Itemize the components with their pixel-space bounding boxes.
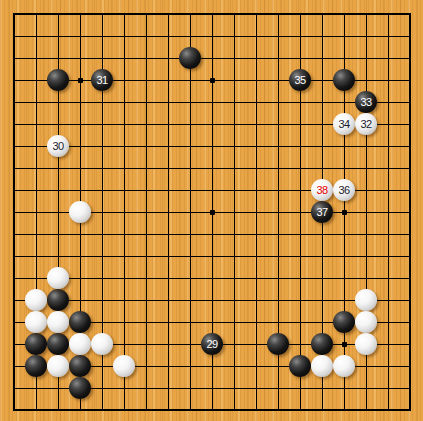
stone-black [69, 377, 91, 399]
move-number-label: 32 [360, 119, 371, 130]
stone-white-move-36: 36 [333, 179, 355, 201]
stone-white-move-32: 32 [355, 113, 377, 135]
move-number-label: 37 [316, 207, 327, 218]
stone-white [25, 311, 47, 333]
stone-black [311, 333, 333, 355]
stone-black-move-31: 31 [91, 69, 113, 91]
move-number-label: 29 [206, 339, 217, 350]
stone-white [47, 311, 69, 333]
stone-white [355, 289, 377, 311]
stone-black [333, 69, 355, 91]
stone-white [25, 289, 47, 311]
move-number-label: 30 [52, 141, 63, 152]
stone-black [47, 333, 69, 355]
stone-white [91, 333, 113, 355]
stone-black-move-37: 37 [311, 201, 333, 223]
star-point [210, 210, 215, 215]
stone-black [69, 311, 91, 333]
stone-white-move-30: 30 [47, 135, 69, 157]
stone-black-move-35: 35 [289, 69, 311, 91]
stone-white [47, 267, 69, 289]
stone-black-move-29: 29 [201, 333, 223, 355]
go-board[interactable]: 31353337293034323836 [0, 0, 423, 421]
stone-white-move-34: 34 [333, 113, 355, 135]
grid-line-horizontal [13, 409, 411, 411]
move-number-label: 36 [338, 185, 349, 196]
move-number-label: 33 [360, 97, 371, 108]
stone-black [47, 69, 69, 91]
stone-white [311, 355, 333, 377]
stone-black-move-33: 33 [355, 91, 377, 113]
move-number-label: 31 [96, 75, 107, 86]
stone-black [47, 289, 69, 311]
stone-white [355, 311, 377, 333]
stone-black [289, 355, 311, 377]
stone-black [333, 311, 355, 333]
stone-white [47, 355, 69, 377]
stone-black [25, 333, 47, 355]
stone-black [179, 47, 201, 69]
star-point [78, 78, 83, 83]
stone-white [333, 355, 355, 377]
grid-line-horizontal [13, 256, 411, 257]
move-number-label: 38 [316, 185, 327, 196]
star-point [342, 210, 347, 215]
grid-line-horizontal [13, 234, 411, 235]
grid-line-vertical [234, 13, 235, 411]
stone-white [69, 333, 91, 355]
stone-black [267, 333, 289, 355]
stone-white [113, 355, 135, 377]
grid-line-horizontal [13, 300, 411, 301]
move-number-label: 34 [338, 119, 349, 130]
grid-line-horizontal [13, 278, 411, 279]
stone-black [25, 355, 47, 377]
star-point [342, 342, 347, 347]
stone-white-move-38: 38 [311, 179, 333, 201]
grid-line-vertical [409, 13, 411, 411]
star-point [210, 78, 215, 83]
grid-line-vertical [256, 13, 257, 411]
stone-white [69, 201, 91, 223]
grid-line-vertical [388, 13, 389, 411]
stone-black [69, 355, 91, 377]
move-number-label: 35 [294, 75, 305, 86]
stone-white [355, 333, 377, 355]
